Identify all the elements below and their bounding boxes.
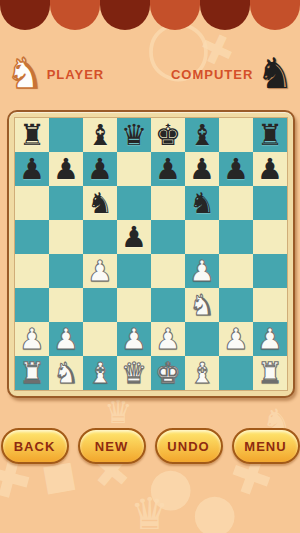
- square-c4[interactable]: ♟: [83, 254, 117, 288]
- square-g1[interactable]: [219, 356, 253, 390]
- chess-board: ♜♝♛♚♝♜♟♟♟♟♟♟♟♞♞♟♟♟♞♟♟♟♟♟♟♜♞♝♛♚♝♜: [7, 110, 295, 398]
- square-b4[interactable]: [49, 254, 83, 288]
- square-c7[interactable]: ♟: [83, 152, 117, 186]
- black-pawn[interactable]: ♟: [155, 152, 181, 186]
- black-queen[interactable]: ♛: [121, 118, 147, 152]
- square-e2[interactable]: ♟: [151, 322, 185, 356]
- square-h3[interactable]: [253, 288, 287, 322]
- white-pawn[interactable]: ♟: [53, 322, 79, 356]
- square-a1[interactable]: ♜: [15, 356, 49, 390]
- square-d3[interactable]: [117, 288, 151, 322]
- square-e7[interactable]: ♟: [151, 152, 185, 186]
- black-knight[interactable]: ♞: [189, 186, 215, 220]
- square-h5[interactable]: [253, 220, 287, 254]
- square-b1[interactable]: ♞: [49, 356, 83, 390]
- square-d4[interactable]: [117, 254, 151, 288]
- square-g7[interactable]: ♟: [219, 152, 253, 186]
- players-header: ♞ PLAYER COMPUTER ♞: [0, 48, 300, 100]
- undo-button[interactable]: UNDO: [155, 428, 223, 464]
- square-f1[interactable]: ♝: [185, 356, 219, 390]
- square-d6[interactable]: [117, 186, 151, 220]
- square-b2[interactable]: ♟: [49, 322, 83, 356]
- pattern-shape: ♛: [104, 396, 133, 428]
- white-knight-icon: ♞: [6, 52, 44, 96]
- white-pawn[interactable]: ♟: [223, 322, 249, 356]
- square-a6[interactable]: [15, 186, 49, 220]
- white-knight[interactable]: ♞: [53, 356, 79, 390]
- awning-scallop: [50, 0, 100, 30]
- square-g2[interactable]: ♟: [219, 322, 253, 356]
- black-bishop[interactable]: ♝: [189, 118, 215, 152]
- square-b8[interactable]: [49, 118, 83, 152]
- square-f3[interactable]: ♞: [185, 288, 219, 322]
- new-button[interactable]: NEW: [78, 428, 146, 464]
- square-d8[interactable]: ♛: [117, 118, 151, 152]
- square-f2[interactable]: [185, 322, 219, 356]
- awning-scallop: [100, 0, 150, 30]
- awning-scallop: [250, 0, 300, 30]
- white-knight[interactable]: ♞: [189, 288, 215, 322]
- square-h8[interactable]: ♜: [253, 118, 287, 152]
- square-h2[interactable]: ♟: [253, 322, 287, 356]
- white-queen[interactable]: ♛: [121, 356, 147, 390]
- pattern-shape: ●: [192, 486, 237, 533]
- app-screen: ◯✚✚■✚●♛●✚♛♞ ♞ PLAYER COMPUTER ♞ ♜♝♛♚♝♜♟♟…: [0, 0, 300, 533]
- player-side: ♞ PLAYER: [6, 52, 104, 96]
- square-a2[interactable]: ♟: [15, 322, 49, 356]
- black-pawn[interactable]: ♟: [189, 152, 215, 186]
- square-e6[interactable]: [151, 186, 185, 220]
- square-b7[interactable]: ♟: [49, 152, 83, 186]
- awning-scallop: [0, 0, 50, 30]
- bottom-toolbar: BACK NEW UNDO MENU: [0, 428, 300, 464]
- awning-decoration: [0, 0, 300, 30]
- white-king[interactable]: ♚: [155, 356, 181, 390]
- square-e4[interactable]: [151, 254, 185, 288]
- awning-scallop: [200, 0, 250, 30]
- square-h1[interactable]: ♜: [253, 356, 287, 390]
- black-pawn[interactable]: ♟: [53, 152, 79, 186]
- square-f8[interactable]: ♝: [185, 118, 219, 152]
- white-bishop[interactable]: ♝: [189, 356, 215, 390]
- white-pawn[interactable]: ♟: [19, 322, 45, 356]
- black-rook[interactable]: ♜: [19, 118, 45, 152]
- white-rook[interactable]: ♜: [257, 356, 283, 390]
- black-pawn[interactable]: ♟: [87, 152, 113, 186]
- square-g8[interactable]: [219, 118, 253, 152]
- square-h6[interactable]: [253, 186, 287, 220]
- square-e1[interactable]: ♚: [151, 356, 185, 390]
- computer-side: COMPUTER ♞: [171, 52, 294, 96]
- square-g5[interactable]: [219, 220, 253, 254]
- square-g4[interactable]: [219, 254, 253, 288]
- square-c6[interactable]: ♞: [83, 186, 117, 220]
- black-knight[interactable]: ♞: [87, 186, 113, 220]
- square-d5[interactable]: ♟: [117, 220, 151, 254]
- square-h7[interactable]: ♟: [253, 152, 287, 186]
- player-label: PLAYER: [47, 67, 105, 82]
- back-button[interactable]: BACK: [1, 428, 69, 464]
- square-a5[interactable]: [15, 220, 49, 254]
- pattern-shape: ♛: [130, 492, 169, 533]
- black-bishop[interactable]: ♝: [87, 118, 113, 152]
- square-d7[interactable]: [117, 152, 151, 186]
- square-c3[interactable]: [83, 288, 117, 322]
- black-pawn[interactable]: ♟: [223, 152, 249, 186]
- square-f5[interactable]: [185, 220, 219, 254]
- square-e8[interactable]: ♚: [151, 118, 185, 152]
- square-e3[interactable]: [151, 288, 185, 322]
- black-king[interactable]: ♚: [155, 118, 181, 152]
- square-c1[interactable]: ♝: [83, 356, 117, 390]
- white-pawn[interactable]: ♟: [87, 254, 113, 288]
- white-rook[interactable]: ♜: [19, 356, 45, 390]
- square-b5[interactable]: [49, 220, 83, 254]
- square-d1[interactable]: ♛: [117, 356, 151, 390]
- square-g6[interactable]: [219, 186, 253, 220]
- square-c8[interactable]: ♝: [83, 118, 117, 152]
- square-a8[interactable]: ♜: [15, 118, 49, 152]
- square-b6[interactable]: [49, 186, 83, 220]
- board-grid: ♜♝♛♚♝♜♟♟♟♟♟♟♟♞♞♟♟♟♞♟♟♟♟♟♟♜♞♝♛♚♝♜: [14, 117, 288, 391]
- white-pawn[interactable]: ♟: [121, 322, 147, 356]
- square-f6[interactable]: ♞: [185, 186, 219, 220]
- computer-label: COMPUTER: [171, 67, 253, 82]
- square-c2[interactable]: [83, 322, 117, 356]
- square-a3[interactable]: [15, 288, 49, 322]
- square-a4[interactable]: [15, 254, 49, 288]
- square-b3[interactable]: [49, 288, 83, 322]
- square-d2[interactable]: ♟: [117, 322, 151, 356]
- square-f4[interactable]: ♟: [185, 254, 219, 288]
- black-knight-icon: ♞: [256, 52, 294, 96]
- white-pawn[interactable]: ♟: [257, 322, 283, 356]
- black-pawn[interactable]: ♟: [121, 220, 147, 254]
- square-e5[interactable]: [151, 220, 185, 254]
- menu-button[interactable]: MENU: [232, 428, 300, 464]
- square-h4[interactable]: [253, 254, 287, 288]
- black-pawn[interactable]: ♟: [19, 152, 45, 186]
- square-g3[interactable]: [219, 288, 253, 322]
- square-c5[interactable]: [83, 220, 117, 254]
- square-f7[interactable]: ♟: [185, 152, 219, 186]
- white-bishop[interactable]: ♝: [87, 356, 113, 390]
- black-pawn[interactable]: ♟: [257, 152, 283, 186]
- square-a7[interactable]: ♟: [15, 152, 49, 186]
- white-pawn[interactable]: ♟: [155, 322, 181, 356]
- black-rook[interactable]: ♜: [257, 118, 283, 152]
- white-pawn[interactable]: ♟: [189, 254, 215, 288]
- awning-scallop: [150, 0, 200, 30]
- pattern-shape: ●: [148, 460, 193, 512]
